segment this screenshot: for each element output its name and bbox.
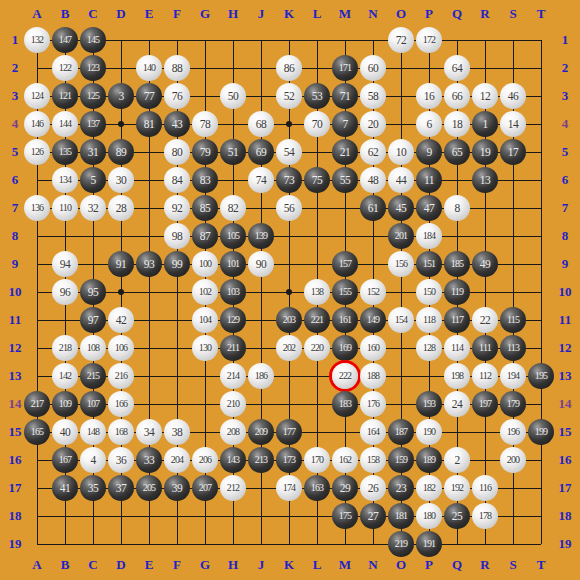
stone-B9: 94 [52, 251, 78, 277]
stone-R4: 1 [472, 111, 498, 137]
stone-A1: 132 [24, 27, 50, 53]
move-number: 98 [172, 223, 183, 249]
move-number: 176 [367, 391, 380, 417]
move-number: 185 [451, 251, 464, 277]
stone-J15: 209 [248, 419, 274, 445]
stone-G16: 206 [192, 447, 218, 473]
stone-B1: 147 [52, 27, 78, 53]
move-number: 69 [256, 139, 267, 165]
move-number: 215 [87, 363, 100, 389]
move-number: 206 [199, 447, 212, 473]
move-number: 77 [144, 83, 155, 109]
stone-E2: 140 [136, 55, 162, 81]
stone-R17: 116 [472, 475, 498, 501]
move-number: 162 [339, 447, 352, 473]
move-number: 113 [507, 335, 519, 361]
stone-H15: 208 [220, 419, 246, 445]
stone-C12: 108 [80, 335, 106, 361]
row-label-right-13: 13 [553, 368, 577, 384]
stone-Q9: 185 [444, 251, 470, 277]
move-number: 151 [423, 251, 436, 277]
move-number: 154 [395, 307, 408, 333]
stone-P19: 191 [416, 531, 442, 557]
move-number: 27 [368, 503, 379, 529]
stone-Q16: 2 [444, 447, 470, 473]
stone-J8: 139 [248, 223, 274, 249]
row-label-left-17: 17 [3, 480, 27, 496]
stone-L3: 53 [304, 83, 330, 109]
stone-K16: 173 [276, 447, 302, 473]
col-label-bottom-L: L [305, 557, 329, 573]
stone-K5: 54 [276, 139, 302, 165]
stone-M16: 162 [332, 447, 358, 473]
move-number: 222 [339, 363, 352, 389]
stone-N3: 58 [360, 83, 386, 109]
stone-Q2: 64 [444, 55, 470, 81]
move-number: 147 [59, 27, 72, 53]
move-number: 51 [228, 139, 239, 165]
move-number: 39 [172, 475, 183, 501]
move-number: 72 [396, 27, 407, 53]
stone-P8: 184 [416, 223, 442, 249]
stone-R6: 13 [472, 167, 498, 193]
col-label-top-S: S [501, 6, 525, 22]
move-number: 7 [342, 111, 347, 137]
stone-L10: 138 [304, 279, 330, 305]
move-number: 200 [507, 447, 520, 473]
col-label-top-M: M [333, 6, 357, 22]
stone-O16: 159 [388, 447, 414, 473]
stone-F2: 88 [164, 55, 190, 81]
stone-F16: 204 [164, 447, 190, 473]
star-point-D10 [118, 289, 124, 295]
stone-H14: 210 [220, 391, 246, 417]
move-number: 34 [144, 419, 155, 445]
go-board[interactable]: AABBCCDDEEFFGGHHJJKKLLMMNNOOPPQQRRSSTT11… [0, 0, 580, 580]
stone-A5: 126 [24, 139, 50, 165]
row-label-left-19: 19 [3, 536, 27, 552]
move-number: 35 [88, 475, 99, 501]
row-label-right-11: 11 [553, 312, 577, 328]
row-label-left-11: 11 [3, 312, 27, 328]
move-number: 128 [423, 335, 436, 361]
stone-N14: 176 [360, 391, 386, 417]
stone-C10: 95 [80, 279, 106, 305]
move-number: 192 [451, 475, 464, 501]
stone-P7: 47 [416, 195, 442, 221]
move-number: 150 [423, 279, 436, 305]
stone-B15: 40 [52, 419, 78, 445]
move-number: 10 [396, 139, 407, 165]
stone-O9: 156 [388, 251, 414, 277]
stone-C1: 145 [80, 27, 106, 53]
move-number: 209 [255, 419, 268, 445]
stone-D3: 3 [108, 83, 134, 109]
stone-H3: 50 [220, 83, 246, 109]
move-number: 19 [480, 139, 491, 165]
stone-N7: 61 [360, 195, 386, 221]
stone-P3: 16 [416, 83, 442, 109]
move-number: 6 [426, 111, 431, 137]
col-label-bottom-D: D [109, 557, 133, 573]
move-number: 13 [480, 167, 491, 193]
move-number: 164 [367, 419, 380, 445]
star-point-K4 [286, 121, 292, 127]
move-number: 216 [115, 363, 128, 389]
stone-Q18: 25 [444, 503, 470, 529]
row-label-right-12: 12 [553, 340, 577, 356]
stone-K15: 177 [276, 419, 302, 445]
star-point-K10 [286, 289, 292, 295]
stone-A7: 136 [24, 195, 50, 221]
move-number: 110 [59, 195, 71, 221]
row-label-right-2: 2 [553, 60, 577, 76]
stone-P12: 128 [416, 335, 442, 361]
stone-F5: 80 [164, 139, 190, 165]
move-number: 25 [452, 503, 463, 529]
move-number: 203 [283, 307, 296, 333]
stone-O1: 72 [388, 27, 414, 53]
stone-J6: 74 [248, 167, 274, 193]
move-number: 136 [31, 195, 44, 221]
move-number: 118 [423, 307, 435, 333]
stone-H8: 105 [220, 223, 246, 249]
stone-R9: 49 [472, 251, 498, 277]
stone-S5: 17 [500, 139, 526, 165]
move-number: 213 [255, 447, 268, 473]
move-number: 165 [31, 419, 44, 445]
stone-C2: 123 [80, 55, 106, 81]
stone-E9: 93 [136, 251, 162, 277]
move-number: 163 [311, 475, 324, 501]
stone-B6: 134 [52, 167, 78, 193]
move-number: 60 [368, 55, 379, 81]
stone-H9: 101 [220, 251, 246, 277]
col-label-bottom-E: E [137, 557, 161, 573]
stone-F17: 39 [164, 475, 190, 501]
move-number: 26 [368, 475, 379, 501]
stone-M12: 169 [332, 335, 358, 361]
stone-B3: 121 [52, 83, 78, 109]
move-number: 44 [396, 167, 407, 193]
stone-D13: 216 [108, 363, 134, 389]
stone-L11: 221 [304, 307, 330, 333]
row-label-left-12: 12 [3, 340, 27, 356]
stone-A4: 146 [24, 111, 50, 137]
move-number: 145 [87, 27, 100, 53]
col-label-top-F: F [165, 6, 189, 22]
stone-L6: 75 [304, 167, 330, 193]
move-number: 205 [143, 475, 156, 501]
move-number: 214 [227, 363, 240, 389]
stone-D9: 91 [108, 251, 134, 277]
stone-C6: 5 [80, 167, 106, 193]
move-number: 4 [90, 447, 95, 473]
stone-F8: 98 [164, 223, 190, 249]
stone-B17: 41 [52, 475, 78, 501]
stone-S4: 14 [500, 111, 526, 137]
stone-M17: 29 [332, 475, 358, 501]
row-label-left-8: 8 [3, 228, 27, 244]
stone-L17: 163 [304, 475, 330, 501]
stone-C16: 4 [80, 447, 106, 473]
stone-M10: 155 [332, 279, 358, 305]
stone-Q10: 119 [444, 279, 470, 305]
stone-D11: 42 [108, 307, 134, 333]
stone-H17: 212 [220, 475, 246, 501]
move-number: 81 [144, 111, 155, 137]
move-number: 124 [31, 83, 44, 109]
move-number: 197 [479, 391, 492, 417]
stone-N15: 164 [360, 419, 386, 445]
col-label-top-K: K [277, 6, 301, 22]
move-number: 68 [256, 111, 267, 137]
move-number: 45 [396, 195, 407, 221]
stone-H11: 129 [220, 307, 246, 333]
stone-Q13: 198 [444, 363, 470, 389]
move-number: 2 [454, 447, 459, 473]
move-number: 139 [255, 223, 268, 249]
stone-O17: 23 [388, 475, 414, 501]
move-number: 138 [311, 279, 324, 305]
move-number: 107 [87, 391, 100, 417]
move-number: 31 [88, 139, 99, 165]
stone-B13: 142 [52, 363, 78, 389]
move-number: 221 [311, 307, 324, 333]
stone-S11: 115 [500, 307, 526, 333]
move-number: 114 [451, 335, 463, 361]
stone-K7: 56 [276, 195, 302, 221]
stone-S13: 194 [500, 363, 526, 389]
stone-M3: 71 [332, 83, 358, 109]
row-label-left-9: 9 [3, 256, 27, 272]
move-number: 104 [199, 307, 212, 333]
move-number: 160 [367, 335, 380, 361]
move-number: 1 [482, 111, 487, 137]
stone-K11: 203 [276, 307, 302, 333]
move-number: 148 [87, 419, 100, 445]
col-label-bottom-O: O [389, 557, 413, 573]
stone-C11: 97 [80, 307, 106, 333]
move-number: 23 [396, 475, 407, 501]
stone-Q3: 66 [444, 83, 470, 109]
stone-H7: 82 [220, 195, 246, 221]
stone-M11: 161 [332, 307, 358, 333]
row-label-right-15: 15 [553, 424, 577, 440]
move-number: 73 [284, 167, 295, 193]
row-label-right-18: 18 [553, 508, 577, 524]
stone-P10: 150 [416, 279, 442, 305]
move-number: 99 [172, 251, 183, 277]
stone-P5: 9 [416, 139, 442, 165]
stone-K17: 174 [276, 475, 302, 501]
move-number: 159 [395, 447, 408, 473]
move-number: 71 [340, 83, 351, 109]
move-number: 211 [227, 335, 239, 361]
row-label-right-17: 17 [553, 480, 577, 496]
stone-A15: 165 [24, 419, 50, 445]
col-label-bottom-M: M [333, 557, 357, 573]
move-number: 219 [395, 531, 408, 557]
move-number: 14 [508, 111, 519, 137]
stone-G8: 87 [192, 223, 218, 249]
stone-H16: 143 [220, 447, 246, 473]
move-number: 70 [312, 111, 323, 137]
move-number: 142 [59, 363, 72, 389]
stone-P11: 118 [416, 307, 442, 333]
row-label-right-10: 10 [553, 284, 577, 300]
stone-Q11: 117 [444, 307, 470, 333]
col-label-bottom-P: P [417, 557, 441, 573]
move-number: 53 [312, 83, 323, 109]
move-number: 188 [367, 363, 380, 389]
move-number: 92 [172, 195, 183, 221]
move-number: 212 [227, 475, 240, 501]
move-number: 208 [227, 419, 240, 445]
row-label-left-10: 10 [3, 284, 27, 300]
stone-C4: 137 [80, 111, 106, 137]
move-number: 111 [479, 335, 491, 361]
stone-M6: 55 [332, 167, 358, 193]
stone-K3: 52 [276, 83, 302, 109]
stone-D16: 36 [108, 447, 134, 473]
move-number: 168 [115, 419, 128, 445]
stone-R12: 111 [472, 335, 498, 361]
move-number: 170 [311, 447, 324, 473]
move-number: 29 [340, 475, 351, 501]
move-number: 11 [424, 167, 434, 193]
stone-K2: 86 [276, 55, 302, 81]
col-label-top-A: A [25, 6, 49, 22]
move-number: 187 [395, 419, 408, 445]
stone-P1: 172 [416, 27, 442, 53]
stone-G10: 102 [192, 279, 218, 305]
stone-D5: 89 [108, 139, 134, 165]
move-number: 43 [172, 111, 183, 137]
move-number: 109 [59, 391, 72, 417]
move-number: 125 [87, 83, 100, 109]
stone-Q7: 8 [444, 195, 470, 221]
stone-R3: 12 [472, 83, 498, 109]
stone-B2: 122 [52, 55, 78, 81]
col-label-bottom-A: A [25, 557, 49, 573]
move-number: 167 [59, 447, 72, 473]
move-number: 172 [423, 27, 436, 53]
col-label-top-G: G [193, 6, 217, 22]
col-label-top-T: T [529, 6, 553, 22]
stone-K12: 202 [276, 335, 302, 361]
stone-E3: 77 [136, 83, 162, 109]
move-number: 126 [31, 139, 44, 165]
stone-G6: 83 [192, 167, 218, 193]
move-number: 101 [227, 251, 240, 277]
stone-D7: 28 [108, 195, 134, 221]
col-label-bottom-H: H [221, 557, 245, 573]
move-number: 155 [339, 279, 352, 305]
stone-M5: 21 [332, 139, 358, 165]
row-label-right-1: 1 [553, 32, 577, 48]
col-label-top-R: R [473, 6, 497, 22]
move-number: 202 [283, 335, 296, 361]
col-label-bottom-K: K [277, 557, 301, 573]
move-number: 217 [31, 391, 44, 417]
stone-Q4: 18 [444, 111, 470, 137]
move-number: 137 [87, 111, 100, 137]
stone-E16: 33 [136, 447, 162, 473]
stone-G17: 207 [192, 475, 218, 501]
move-number: 182 [423, 475, 436, 501]
col-label-bottom-S: S [501, 557, 525, 573]
move-number: 41 [60, 475, 71, 501]
col-label-bottom-G: G [193, 557, 217, 573]
stone-P15: 190 [416, 419, 442, 445]
stone-D14: 166 [108, 391, 134, 417]
stone-N12: 160 [360, 335, 386, 361]
stone-J16: 213 [248, 447, 274, 473]
move-number: 89 [116, 139, 127, 165]
row-label-left-2: 2 [3, 60, 27, 76]
move-number: 32 [88, 195, 99, 221]
move-number: 143 [227, 447, 240, 473]
stone-F6: 84 [164, 167, 190, 193]
stone-D6: 30 [108, 167, 134, 193]
col-label-top-L: L [305, 6, 329, 22]
row-label-right-8: 8 [553, 228, 577, 244]
move-number: 119 [451, 279, 463, 305]
move-number: 79 [200, 139, 211, 165]
move-number: 33 [144, 447, 155, 473]
move-number: 115 [507, 307, 519, 333]
move-number: 178 [479, 503, 492, 529]
stone-P4: 6 [416, 111, 442, 137]
move-number: 9 [426, 139, 431, 165]
col-label-bottom-C: C [81, 557, 105, 573]
col-label-top-D: D [109, 6, 133, 22]
move-number: 144 [59, 111, 72, 137]
stone-P17: 182 [416, 475, 442, 501]
move-number: 103 [227, 279, 240, 305]
row-label-right-6: 6 [553, 172, 577, 188]
move-number: 199 [535, 419, 548, 445]
col-label-top-O: O [389, 6, 413, 22]
stone-N18: 27 [360, 503, 386, 529]
move-number: 166 [115, 391, 128, 417]
row-label-right-5: 5 [553, 144, 577, 160]
move-number: 210 [227, 391, 240, 417]
stone-R11: 22 [472, 307, 498, 333]
stone-D12: 106 [108, 335, 134, 361]
move-number: 195 [535, 363, 548, 389]
stone-B10: 96 [52, 279, 78, 305]
move-number: 146 [31, 111, 44, 137]
stone-Q5: 65 [444, 139, 470, 165]
col-label-top-J: J [249, 6, 273, 22]
move-number: 55 [340, 167, 351, 193]
move-number: 21 [340, 139, 351, 165]
move-number: 106 [115, 335, 128, 361]
stone-E4: 81 [136, 111, 162, 137]
stone-O6: 44 [388, 167, 414, 193]
move-number: 28 [116, 195, 127, 221]
move-number: 62 [368, 139, 379, 165]
move-number: 42 [116, 307, 127, 333]
move-number: 105 [227, 223, 240, 249]
stone-C17: 35 [80, 475, 106, 501]
stone-N6: 48 [360, 167, 386, 193]
move-number: 52 [284, 83, 295, 109]
stone-L16: 170 [304, 447, 330, 473]
stone-P9: 151 [416, 251, 442, 277]
